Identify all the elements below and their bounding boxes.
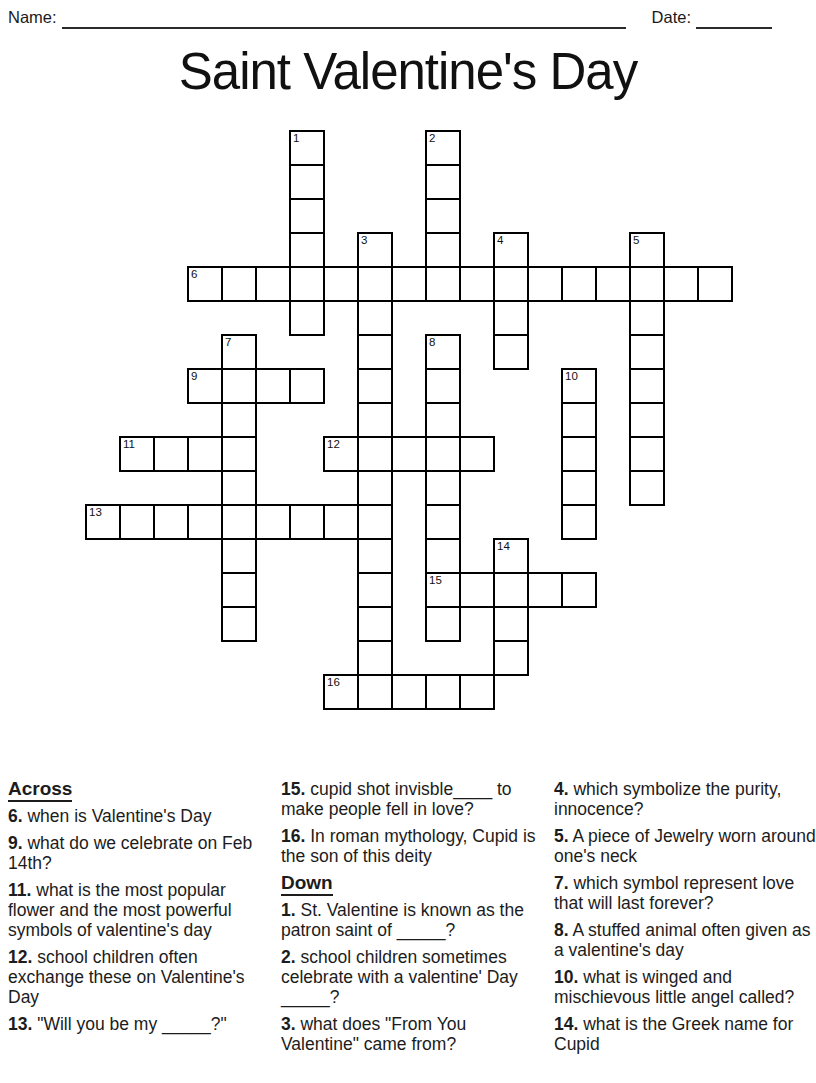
grid-cell[interactable]: [255, 504, 291, 540]
grid-cell[interactable]: [527, 266, 563, 302]
grid-cell[interactable]: 16: [323, 674, 359, 710]
grid-cell[interactable]: [221, 572, 257, 608]
grid-cell[interactable]: [561, 470, 597, 506]
grid-cell[interactable]: 3: [357, 232, 393, 268]
grid-cell[interactable]: [561, 572, 597, 608]
clue-down-4: 4. which symbolize the purity, innocence…: [554, 779, 816, 819]
grid-cell[interactable]: 2: [425, 130, 461, 166]
grid-cell[interactable]: [493, 640, 529, 676]
cell-number: 7: [225, 336, 231, 349]
clue-across-15: 15. cupid shot invisble____ to make peop…: [281, 779, 544, 819]
grid-cell[interactable]: [357, 334, 393, 370]
grid-cell[interactable]: [289, 232, 325, 268]
date-label: Date:: [652, 8, 691, 29]
grid-cell[interactable]: [187, 504, 223, 540]
grid-cell[interactable]: [629, 402, 665, 438]
grid-cell[interactable]: [289, 504, 325, 540]
grid-cell[interactable]: 13: [85, 504, 121, 540]
grid-cell[interactable]: [357, 266, 393, 302]
grid-cell[interactable]: [221, 266, 257, 302]
clue-across-13: 13. "Will you be my _____?": [8, 1014, 271, 1034]
grid-cell[interactable]: [357, 504, 393, 540]
grid-cell[interactable]: 14: [493, 538, 529, 574]
cell-number: 3: [361, 234, 367, 247]
grid-cell[interactable]: [323, 266, 359, 302]
clue-across-11: 11. what is the most popular flower and …: [8, 880, 271, 940]
grid-cell[interactable]: [391, 266, 427, 302]
grid-cell[interactable]: [629, 436, 665, 472]
grid-cell[interactable]: [391, 436, 427, 472]
grid-cell[interactable]: [391, 674, 427, 710]
cell-number: 9: [191, 370, 197, 383]
crossword-grid: 12345678910111213141516: [85, 130, 733, 710]
grid-cell[interactable]: [595, 266, 631, 302]
worksheet-header: Name: Date:: [8, 8, 772, 29]
cell-number: 8: [429, 336, 435, 349]
grid-cell[interactable]: [255, 266, 291, 302]
grid-cell[interactable]: [425, 198, 461, 234]
grid-cell[interactable]: [629, 368, 665, 404]
grid-cell[interactable]: [561, 504, 597, 540]
grid-cell[interactable]: [357, 572, 393, 608]
grid-cell[interactable]: [459, 266, 495, 302]
grid-cell[interactable]: [527, 572, 563, 608]
grid-cell[interactable]: [561, 266, 597, 302]
cell-number: 5: [633, 234, 639, 247]
clue-across-12: 12. school children often exchange these…: [8, 947, 271, 1007]
grid-cell[interactable]: [629, 334, 665, 370]
grid-cell[interactable]: [425, 470, 461, 506]
grid-cell[interactable]: [357, 300, 393, 336]
cell-number: 4: [497, 234, 503, 247]
grid-cell[interactable]: [425, 368, 461, 404]
clue-down-3: 3. what does "From You Valentine" came f…: [281, 1014, 544, 1054]
grid-cell[interactable]: [289, 368, 325, 404]
grid-cell[interactable]: [629, 470, 665, 506]
cell-number: 2: [429, 132, 435, 145]
grid-cell[interactable]: [629, 300, 665, 336]
grid-cell[interactable]: [119, 504, 155, 540]
grid-cell[interactable]: [323, 504, 359, 540]
grid-cell[interactable]: [425, 266, 461, 302]
grid-cell[interactable]: [493, 334, 529, 370]
grid-cell[interactable]: 15: [425, 572, 461, 608]
clue-across-9: 9. what do we celebrate on Feb 14th?: [8, 833, 271, 873]
grid-cell[interactable]: [459, 572, 495, 608]
grid-cell[interactable]: 8: [425, 334, 461, 370]
cell-number: 14: [497, 540, 510, 553]
grid-cell[interactable]: [221, 538, 257, 574]
grid-cell[interactable]: 4: [493, 232, 529, 268]
grid-cell[interactable]: [629, 266, 665, 302]
clue-across-16: 16. In roman mythology, Cupid is the son…: [281, 826, 544, 866]
grid-cell[interactable]: [153, 504, 189, 540]
grid-cell[interactable]: [289, 300, 325, 336]
grid-cell[interactable]: 9: [187, 368, 223, 404]
grid-cell[interactable]: [357, 674, 393, 710]
grid-cell[interactable]: [153, 436, 189, 472]
grid-cell[interactable]: [357, 606, 393, 642]
name-label: Name:: [8, 8, 57, 29]
grid-cell[interactable]: [459, 674, 495, 710]
grid-cell[interactable]: [289, 198, 325, 234]
grid-cell[interactable]: [221, 436, 257, 472]
grid-cell[interactable]: [187, 436, 223, 472]
date-input-line[interactable]: [696, 9, 772, 29]
clue-down-7: 7. which symbol represent love that will…: [554, 873, 816, 913]
cell-number: 12: [327, 438, 340, 451]
grid-cell[interactable]: [221, 470, 257, 506]
grid-cell[interactable]: 6: [187, 266, 223, 302]
grid-cell[interactable]: 5: [629, 232, 665, 268]
grid-cell[interactable]: [221, 368, 257, 404]
clue-down-8: 8. A stuffed animal often given as a val…: [554, 920, 816, 960]
grid-cell[interactable]: [493, 266, 529, 302]
cell-number: 13: [89, 506, 102, 519]
grid-cell[interactable]: [221, 402, 257, 438]
cell-number: 11: [123, 438, 135, 451]
cell-number: 15: [429, 574, 442, 587]
clue-down-5: 5. A piece of Jewelry worn around one's …: [554, 826, 816, 866]
grid-cell[interactable]: [425, 606, 461, 642]
grid-cell[interactable]: 10: [561, 368, 597, 404]
grid-cell[interactable]: [425, 164, 461, 200]
grid-cell[interactable]: [697, 266, 733, 302]
grid-cell[interactable]: [357, 436, 393, 472]
cell-number: 6: [191, 268, 197, 281]
clue-lists: Across 6. when is Valentine's Day 9. wha…: [8, 779, 816, 1061]
grid-cell[interactable]: [357, 402, 393, 438]
grid-cell[interactable]: 11: [119, 436, 155, 472]
grid-cell[interactable]: [425, 232, 461, 268]
clue-down-10: 10. what is winged and mischievous littl…: [554, 967, 816, 1007]
grid-cell[interactable]: [357, 538, 393, 574]
down-header: Down: [281, 873, 544, 893]
grid-cell[interactable]: [289, 164, 325, 200]
grid-cell[interactable]: [357, 640, 393, 676]
grid-cell[interactable]: [425, 436, 461, 472]
grid-cell[interactable]: [493, 606, 529, 642]
clue-down-1: 1. St. Valentine is known as the patron …: [281, 900, 544, 940]
name-input-line[interactable]: [62, 9, 626, 29]
clue-down-2: 2. school children sometimes celebrate w…: [281, 947, 544, 1007]
grid-cell[interactable]: 12: [323, 436, 359, 472]
cell-number: 10: [565, 370, 578, 383]
grid-cell[interactable]: [425, 402, 461, 438]
grid-cell[interactable]: [561, 402, 597, 438]
clue-column-2: 15. cupid shot invisble____ to make peop…: [281, 779, 544, 1061]
grid-cell[interactable]: [459, 436, 495, 472]
grid-cell[interactable]: 7: [221, 334, 257, 370]
grid-cell[interactable]: [255, 368, 291, 404]
grid-cell[interactable]: [493, 300, 529, 336]
clue-across-6: 6. when is Valentine's Day: [8, 806, 271, 826]
grid-cell[interactable]: [663, 266, 699, 302]
cell-number: 1: [293, 132, 299, 145]
grid-cell[interactable]: [221, 504, 257, 540]
clue-column-1: Across 6. when is Valentine's Day 9. wha…: [8, 779, 271, 1061]
grid-cell[interactable]: [289, 266, 325, 302]
grid-cell[interactable]: [425, 674, 461, 710]
puzzle-title: Saint Valentine's Day: [0, 44, 816, 100]
across-header: Across: [8, 779, 271, 799]
grid-cell[interactable]: [425, 504, 461, 540]
clue-down-14: 14. what is the Greek name for Cupid: [554, 1014, 816, 1054]
clue-column-3: 4. which symbolize the purity, innocence…: [554, 779, 816, 1061]
grid-cell[interactable]: [357, 470, 393, 506]
grid-cell[interactable]: [493, 572, 529, 608]
grid-cell[interactable]: [357, 368, 393, 404]
cell-number: 16: [327, 676, 340, 689]
grid-cell[interactable]: [221, 606, 257, 642]
grid-cell[interactable]: [425, 538, 461, 574]
grid-cell[interactable]: 1: [289, 130, 325, 166]
grid-cell[interactable]: [561, 436, 597, 472]
